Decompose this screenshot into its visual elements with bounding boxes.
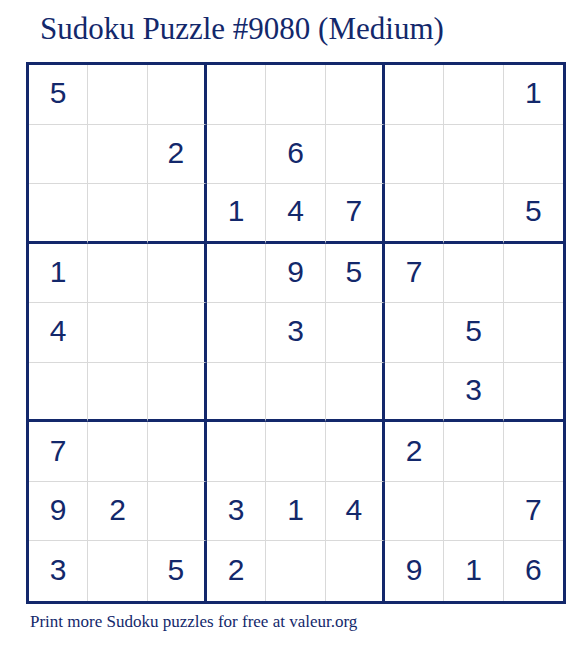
- sudoku-grid: 512614751957435372923147352916: [29, 65, 563, 601]
- cell-r6c6[interactable]: [326, 363, 385, 423]
- cell-r1c8[interactable]: [444, 65, 503, 125]
- cell-r5c2[interactable]: [88, 303, 147, 363]
- cell-r1c7[interactable]: [385, 65, 444, 125]
- given-digit: 1: [287, 495, 304, 525]
- cell-r3c8[interactable]: [444, 184, 503, 244]
- cell-r7c3[interactable]: [148, 422, 207, 482]
- cell-r8c3[interactable]: [148, 482, 207, 542]
- cell-r9c1[interactable]: 3: [29, 541, 88, 601]
- cell-r3c5[interactable]: 4: [266, 184, 325, 244]
- given-digit: 7: [406, 257, 423, 287]
- cell-r3c9[interactable]: 5: [504, 184, 563, 244]
- cell-r5c3[interactable]: [148, 303, 207, 363]
- given-digit: 1: [525, 78, 542, 108]
- cell-r3c4[interactable]: 1: [207, 184, 266, 244]
- given-digit: 2: [406, 436, 423, 466]
- cell-r2c5[interactable]: 6: [266, 125, 325, 185]
- cell-r9c4[interactable]: 2: [207, 541, 266, 601]
- given-digit: 3: [50, 555, 67, 585]
- cell-r6c8[interactable]: 3: [444, 363, 503, 423]
- given-digit: 4: [345, 495, 362, 525]
- cell-r7c2[interactable]: [88, 422, 147, 482]
- cell-r8c7[interactable]: [385, 482, 444, 542]
- cell-r6c3[interactable]: [148, 363, 207, 423]
- given-digit: 1: [465, 555, 482, 585]
- cell-r6c9[interactable]: [504, 363, 563, 423]
- cell-r5c7[interactable]: [385, 303, 444, 363]
- cell-r7c1[interactable]: 7: [29, 422, 88, 482]
- cell-r5c8[interactable]: 5: [444, 303, 503, 363]
- given-digit: 5: [525, 196, 542, 226]
- cell-r8c8[interactable]: [444, 482, 503, 542]
- cell-r4c7[interactable]: 7: [385, 244, 444, 304]
- cell-r9c2[interactable]: [88, 541, 147, 601]
- cell-r7c9[interactable]: [504, 422, 563, 482]
- cell-r7c7[interactable]: 2: [385, 422, 444, 482]
- given-digit: 4: [50, 316, 67, 346]
- given-digit: 3: [465, 375, 482, 405]
- cell-r7c5[interactable]: [266, 422, 325, 482]
- cell-r5c4[interactable]: [207, 303, 266, 363]
- cell-r3c7[interactable]: [385, 184, 444, 244]
- page-title: Sudoku Puzzle #9080 (Medium): [40, 11, 444, 47]
- cell-r1c6[interactable]: [326, 65, 385, 125]
- cell-r1c9[interactable]: 1: [504, 65, 563, 125]
- cell-r5c6[interactable]: [326, 303, 385, 363]
- cell-r9c8[interactable]: 1: [444, 541, 503, 601]
- cell-r4c4[interactable]: [207, 244, 266, 304]
- cell-r9c6[interactable]: [326, 541, 385, 601]
- cell-r3c1[interactable]: [29, 184, 88, 244]
- cell-r8c1[interactable]: 9: [29, 482, 88, 542]
- cell-r9c9[interactable]: 6: [504, 541, 563, 601]
- given-digit: 3: [287, 316, 304, 346]
- cell-r4c1[interactable]: 1: [29, 244, 88, 304]
- given-digit: 2: [228, 555, 245, 585]
- cell-r7c4[interactable]: [207, 422, 266, 482]
- cell-r5c9[interactable]: [504, 303, 563, 363]
- cell-r6c2[interactable]: [88, 363, 147, 423]
- given-digit: 4: [287, 196, 304, 226]
- given-digit: 6: [525, 555, 542, 585]
- given-digit: 9: [406, 555, 423, 585]
- cell-r2c2[interactable]: [88, 125, 147, 185]
- cell-r5c1[interactable]: 4: [29, 303, 88, 363]
- cell-r2c9[interactable]: [504, 125, 563, 185]
- cell-r4c5[interactable]: 9: [266, 244, 325, 304]
- cell-r2c7[interactable]: [385, 125, 444, 185]
- given-digit: 1: [228, 196, 245, 226]
- given-digit: 2: [167, 138, 184, 168]
- cell-r1c5[interactable]: [266, 65, 325, 125]
- cell-r6c7[interactable]: [385, 363, 444, 423]
- cell-r3c3[interactable]: [148, 184, 207, 244]
- given-digit: 7: [50, 436, 67, 466]
- cell-r2c3[interactable]: 2: [148, 125, 207, 185]
- cell-r6c5[interactable]: [266, 363, 325, 423]
- cell-r3c6[interactable]: 7: [326, 184, 385, 244]
- cell-r4c8[interactable]: [444, 244, 503, 304]
- cell-r9c7[interactable]: 9: [385, 541, 444, 601]
- cell-r8c6[interactable]: 4: [326, 482, 385, 542]
- cell-r3c2[interactable]: [88, 184, 147, 244]
- cell-r2c8[interactable]: [444, 125, 503, 185]
- cell-r2c4[interactable]: [207, 125, 266, 185]
- given-digit: 3: [228, 495, 245, 525]
- cell-r9c3[interactable]: 5: [148, 541, 207, 601]
- cell-r6c4[interactable]: [207, 363, 266, 423]
- cell-r4c3[interactable]: [148, 244, 207, 304]
- cell-r1c2[interactable]: [88, 65, 147, 125]
- cell-r2c6[interactable]: [326, 125, 385, 185]
- cell-r5c5[interactable]: 3: [266, 303, 325, 363]
- cell-r8c9[interactable]: 7: [504, 482, 563, 542]
- cell-r4c2[interactable]: [88, 244, 147, 304]
- given-digit: 5: [465, 316, 482, 346]
- given-digit: 5: [167, 555, 184, 585]
- cell-r6c1[interactable]: [29, 363, 88, 423]
- cell-r8c4[interactable]: 3: [207, 482, 266, 542]
- cell-r9c5[interactable]: [266, 541, 325, 601]
- cell-r4c6[interactable]: 5: [326, 244, 385, 304]
- given-digit: 9: [50, 495, 67, 525]
- given-digit: 7: [525, 495, 542, 525]
- cell-r1c3[interactable]: [148, 65, 207, 125]
- cell-r1c4[interactable]: [207, 65, 266, 125]
- given-digit: 2: [109, 495, 126, 525]
- cell-r2c1[interactable]: [29, 125, 88, 185]
- cell-r7c8[interactable]: [444, 422, 503, 482]
- cell-r4c9[interactable]: [504, 244, 563, 304]
- given-digit: 6: [287, 138, 304, 168]
- footer-text: Print more Sudoku puzzles for free at va…: [30, 612, 357, 632]
- cell-r8c5[interactable]: 1: [266, 482, 325, 542]
- given-digit: 7: [345, 196, 362, 226]
- cell-r8c2[interactable]: 2: [88, 482, 147, 542]
- cell-r7c6[interactable]: [326, 422, 385, 482]
- cell-r1c1[interactable]: 5: [29, 65, 88, 125]
- given-digit: 5: [50, 78, 67, 108]
- given-digit: 9: [287, 257, 304, 287]
- given-digit: 5: [345, 257, 362, 287]
- given-digit: 1: [50, 257, 67, 287]
- sudoku-board: 512614751957435372923147352916: [26, 62, 566, 604]
